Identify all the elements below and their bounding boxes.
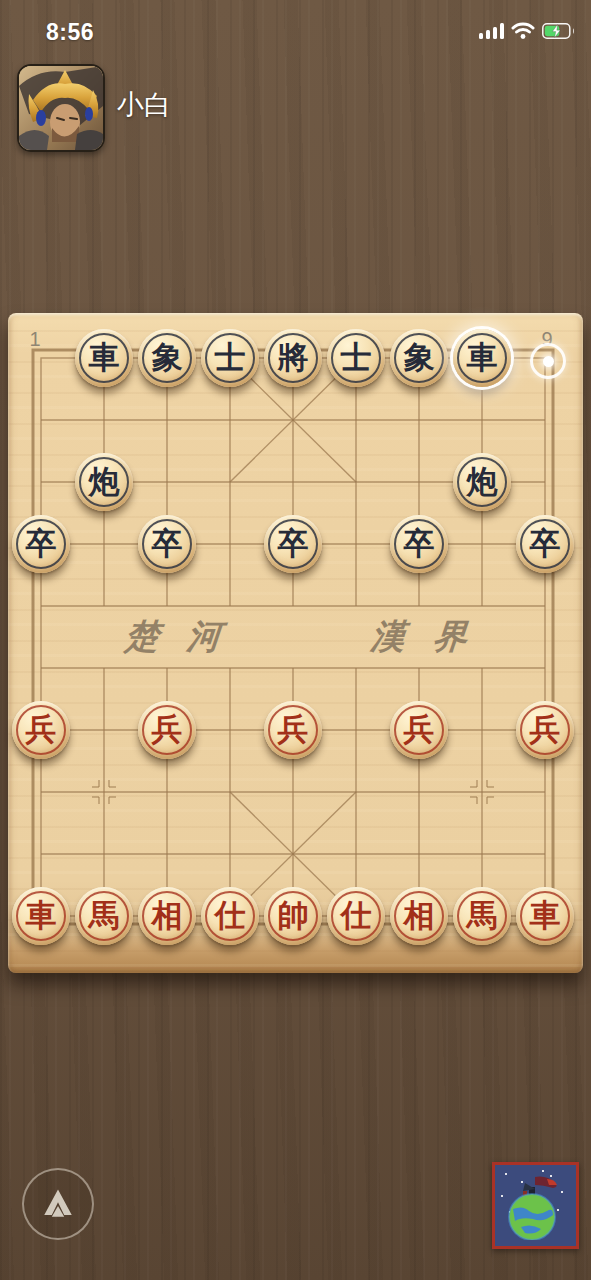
- wifi-icon: [511, 22, 535, 40]
- piece-glyph: 卒: [278, 528, 309, 559]
- piece-glyph: 象: [152, 342, 183, 373]
- piece-glyph: 卒: [530, 528, 561, 559]
- piece-black-soldier[interactable]: 卒: [12, 515, 70, 573]
- piece-glyph: 馬: [467, 900, 498, 931]
- piece-glyph: 車: [89, 342, 120, 373]
- piece-black-soldier[interactable]: 卒: [264, 515, 322, 573]
- piece-black-soldier[interactable]: 卒: [138, 515, 196, 573]
- piece-glyph: 炮: [89, 466, 120, 497]
- assist-button[interactable]: [22, 1168, 94, 1240]
- piece-glyph: 兵: [152, 714, 183, 745]
- piece-glyph: 相: [152, 900, 183, 931]
- player-avatar[interactable]: [17, 64, 105, 152]
- river-text-right: 漢界: [355, 614, 497, 660]
- board-grid: [8, 313, 583, 973]
- xiangqi-board[interactable]: 1 9 楚河 漢界 車象士將士象車炮炮卒卒卒卒卒兵兵兵兵兵車馬相仕帥仕相馬車: [8, 313, 583, 973]
- piece-black-elephant[interactable]: 象: [138, 329, 196, 387]
- piece-red-soldier[interactable]: 兵: [12, 701, 70, 759]
- piece-red-elephant[interactable]: 相: [390, 887, 448, 945]
- file-label-1: 1: [29, 328, 40, 351]
- piece-black-advisor[interactable]: 士: [201, 329, 259, 387]
- cellular-signal-icon: [479, 23, 505, 39]
- piece-glyph: 炮: [467, 466, 498, 497]
- piece-glyph: 仕: [215, 900, 246, 931]
- piece-red-soldier[interactable]: 兵: [264, 701, 322, 759]
- pixel-planet-icon: [495, 1165, 570, 1240]
- piece-glyph: 兵: [530, 714, 561, 745]
- clock-time: 8:56: [46, 19, 94, 46]
- piece-black-rook[interactable]: 車: [453, 329, 511, 387]
- piece-glyph: 兵: [278, 714, 309, 745]
- piece-glyph: 象: [404, 342, 435, 373]
- mini-game-thumbnail[interactable]: [492, 1162, 579, 1249]
- piece-glyph: 帥: [278, 900, 309, 931]
- piece-red-advisor[interactable]: 仕: [201, 887, 259, 945]
- piece-glyph: 卒: [152, 528, 183, 559]
- piece-glyph: 卒: [404, 528, 435, 559]
- piece-glyph: 車: [26, 900, 57, 931]
- piece-red-rook[interactable]: 車: [12, 887, 70, 945]
- piece-black-elephant[interactable]: 象: [390, 329, 448, 387]
- piece-glyph: 兵: [404, 714, 435, 745]
- piece-glyph: 車: [530, 900, 561, 931]
- piece-black-soldier[interactable]: 卒: [390, 515, 448, 573]
- piece-black-cannon[interactable]: 炮: [453, 453, 511, 511]
- piece-red-horse[interactable]: 馬: [453, 887, 511, 945]
- piece-glyph: 士: [215, 342, 246, 373]
- piece-glyph: 將: [278, 342, 309, 373]
- a-logo-icon: [36, 1182, 80, 1226]
- river-text-left: 楚河: [109, 614, 251, 660]
- piece-red-rook[interactable]: 車: [516, 887, 574, 945]
- piece-glyph: 相: [404, 900, 435, 931]
- piece-black-rook[interactable]: 車: [75, 329, 133, 387]
- piece-black-soldier[interactable]: 卒: [516, 515, 574, 573]
- piece-glyph: 兵: [26, 714, 57, 745]
- player-name: 小白: [117, 87, 171, 123]
- last-move-origin-marker: [530, 343, 566, 379]
- battery-charging-icon: [542, 23, 575, 39]
- piece-red-soldier[interactable]: 兵: [390, 701, 448, 759]
- piece-black-advisor[interactable]: 士: [327, 329, 385, 387]
- piece-red-horse[interactable]: 馬: [75, 887, 133, 945]
- piece-red-general[interactable]: 帥: [264, 887, 322, 945]
- piece-red-soldier[interactable]: 兵: [138, 701, 196, 759]
- piece-black-cannon[interactable]: 炮: [75, 453, 133, 511]
- status-bar: 8:56: [0, 0, 591, 52]
- piece-red-soldier[interactable]: 兵: [516, 701, 574, 759]
- warrior-portrait-icon: [19, 66, 103, 150]
- piece-red-elephant[interactable]: 相: [138, 887, 196, 945]
- piece-glyph: 車: [467, 342, 498, 373]
- piece-glyph: 卒: [26, 528, 57, 559]
- piece-red-advisor[interactable]: 仕: [327, 887, 385, 945]
- piece-glyph: 馬: [89, 900, 120, 931]
- piece-glyph: 士: [341, 342, 372, 373]
- piece-black-general[interactable]: 將: [264, 329, 322, 387]
- piece-glyph: 仕: [341, 900, 372, 931]
